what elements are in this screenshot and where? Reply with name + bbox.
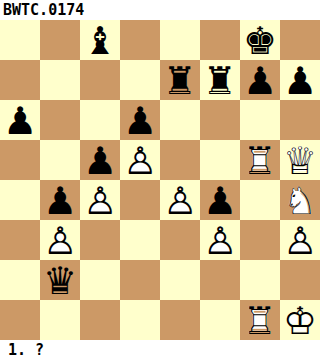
square-h2[interactable] [280,260,320,300]
white-rook[interactable]: ♖ [240,300,280,340]
white-rook[interactable]: ♖ [240,140,280,180]
move-prompt: 1. ? [0,340,320,360]
square-h4[interactable]: ♞♘ [280,180,320,220]
square-g6[interactable] [240,100,280,140]
chess-puzzle-window: BWTC.0174 ♝♚♜♜♟♟♟♟♟♟♙♜♖♛♕♟♟♙♟♙♟♞♘♟♙♟♙♟♙♛… [0,0,320,360]
square-g8[interactable]: ♚ [240,20,280,60]
square-f3[interactable]: ♟♙ [200,220,240,260]
white-pawn[interactable]: ♙ [200,220,240,260]
white-pawn-fill: ♟ [80,180,120,220]
white-rook-fill: ♜ [240,300,280,340]
square-e6[interactable] [160,100,200,140]
white-pawn-fill: ♟ [40,220,80,260]
square-g7[interactable]: ♟ [240,60,280,100]
square-f7[interactable]: ♜ [200,60,240,100]
square-f8[interactable] [200,20,240,60]
square-c7[interactable] [80,60,120,100]
square-b8[interactable] [40,20,80,60]
square-g3[interactable] [240,220,280,260]
white-pawn-fill: ♟ [160,180,200,220]
square-a4[interactable] [0,180,40,220]
square-d5[interactable]: ♟♙ [120,140,160,180]
square-f6[interactable] [200,100,240,140]
square-e3[interactable] [160,220,200,260]
square-e2[interactable] [160,260,200,300]
square-h1[interactable]: ♚♔ [280,300,320,340]
black-rook[interactable]: ♜ [200,60,240,100]
square-f4[interactable]: ♟ [200,180,240,220]
square-f1[interactable] [200,300,240,340]
white-queen[interactable]: ♕ [280,140,320,180]
square-b2[interactable]: ♛ [40,260,80,300]
white-pawn[interactable]: ♙ [40,220,80,260]
square-c2[interactable] [80,260,120,300]
square-c6[interactable] [80,100,120,140]
white-knight[interactable]: ♘ [280,180,320,220]
black-rook[interactable]: ♜ [160,60,200,100]
square-a3[interactable] [0,220,40,260]
square-d8[interactable] [120,20,160,60]
square-c3[interactable] [80,220,120,260]
square-a8[interactable] [0,20,40,60]
square-d1[interactable] [120,300,160,340]
square-b3[interactable]: ♟♙ [40,220,80,260]
square-b4[interactable]: ♟ [40,180,80,220]
square-d6[interactable]: ♟ [120,100,160,140]
square-g4[interactable] [240,180,280,220]
square-d7[interactable] [120,60,160,100]
black-queen[interactable]: ♛ [40,260,80,300]
square-e7[interactable]: ♜ [160,60,200,100]
square-f2[interactable] [200,260,240,300]
black-pawn[interactable]: ♟ [0,100,40,140]
square-b7[interactable] [40,60,80,100]
square-f5[interactable] [200,140,240,180]
square-a2[interactable] [0,260,40,300]
black-pawn[interactable]: ♟ [120,100,160,140]
square-h8[interactable] [280,20,320,60]
black-pawn[interactable]: ♟ [200,180,240,220]
white-rook-fill: ♜ [240,140,280,180]
square-d4[interactable] [120,180,160,220]
white-king[interactable]: ♔ [280,300,320,340]
square-e4[interactable]: ♟♙ [160,180,200,220]
square-g5[interactable]: ♜♖ [240,140,280,180]
puzzle-title: BWTC.0174 [0,0,320,20]
square-c1[interactable] [80,300,120,340]
square-c4[interactable]: ♟♙ [80,180,120,220]
black-pawn[interactable]: ♟ [240,60,280,100]
square-e1[interactable] [160,300,200,340]
square-d3[interactable] [120,220,160,260]
white-pawn[interactable]: ♙ [160,180,200,220]
black-pawn[interactable]: ♟ [40,180,80,220]
black-pawn[interactable]: ♟ [80,140,120,180]
square-a1[interactable] [0,300,40,340]
square-g2[interactable] [240,260,280,300]
square-d2[interactable] [120,260,160,300]
black-king[interactable]: ♚ [240,20,280,60]
square-e5[interactable] [160,140,200,180]
square-c5[interactable]: ♟ [80,140,120,180]
chess-board: ♝♚♜♜♟♟♟♟♟♟♙♜♖♛♕♟♟♙♟♙♟♞♘♟♙♟♙♟♙♛♜♖♚♔ [0,20,320,340]
square-h7[interactable]: ♟ [280,60,320,100]
white-pawn-fill: ♟ [120,140,160,180]
square-h5[interactable]: ♛♕ [280,140,320,180]
square-h3[interactable]: ♟♙ [280,220,320,260]
square-g1[interactable]: ♜♖ [240,300,280,340]
white-knight-fill: ♞ [280,180,320,220]
square-a5[interactable] [0,140,40,180]
square-a7[interactable] [0,60,40,100]
white-pawn-fill: ♟ [200,220,240,260]
white-pawn-fill: ♟ [280,220,320,260]
white-pawn[interactable]: ♙ [120,140,160,180]
white-pawn[interactable]: ♙ [80,180,120,220]
square-b6[interactable] [40,100,80,140]
white-pawn[interactable]: ♙ [280,220,320,260]
square-b1[interactable] [40,300,80,340]
square-c8[interactable]: ♝ [80,20,120,60]
square-h6[interactable] [280,100,320,140]
black-bishop[interactable]: ♝ [80,20,120,60]
square-b5[interactable] [40,140,80,180]
white-king-fill: ♚ [280,300,320,340]
square-e8[interactable] [160,20,200,60]
black-pawn[interactable]: ♟ [280,60,320,100]
square-a6[interactable]: ♟ [0,100,40,140]
white-queen-fill: ♛ [280,140,320,180]
